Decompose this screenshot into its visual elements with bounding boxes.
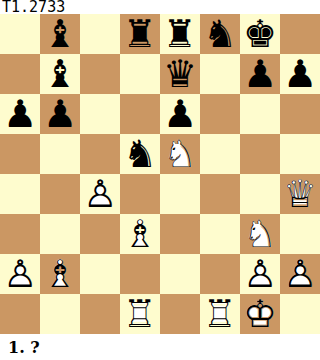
white-knight-piece: ♞♘ [240,214,280,254]
white-piece-outline: ♙ [240,254,280,294]
square-b5[interactable] [40,134,80,174]
square-c1[interactable] [80,294,120,334]
square-f3[interactable] [200,214,240,254]
square-a3[interactable] [0,214,40,254]
square-c3[interactable] [80,214,120,254]
white-piece-outline: ♙ [280,254,320,294]
square-a2[interactable]: ♟♙ [0,254,40,294]
square-g8[interactable]: ♚ [240,14,280,54]
square-f1[interactable]: ♜♖ [200,294,240,334]
white-piece-outline: ♕ [280,174,320,214]
square-c2[interactable] [80,254,120,294]
square-a6[interactable]: ♟ [0,94,40,134]
square-g5[interactable] [240,134,280,174]
square-f4[interactable] [200,174,240,214]
white-rook-piece: ♜♖ [200,294,240,334]
square-f8[interactable]: ♞ [200,14,240,54]
white-pawn-piece: ♟♙ [280,254,320,294]
square-f5[interactable] [200,134,240,174]
square-h2[interactable]: ♟♙ [280,254,320,294]
white-pawn-piece: ♟♙ [0,254,40,294]
black-knight-piece: ♞ [120,134,160,174]
square-b2[interactable]: ♝♗ [40,254,80,294]
black-pawn-piece: ♟ [240,54,280,94]
white-bishop-piece: ♝♗ [40,254,80,294]
black-pawn-piece: ♟ [160,94,200,134]
square-h8[interactable] [280,14,320,54]
white-rook-piece: ♜♖ [120,294,160,334]
square-g4[interactable] [240,174,280,214]
square-b7[interactable]: ♝ [40,54,80,94]
square-c7[interactable] [80,54,120,94]
white-knight-piece: ♞♘ [160,134,200,174]
black-rook-piece: ♜ [120,14,160,54]
square-d2[interactable] [120,254,160,294]
black-pawn-piece: ♟ [0,94,40,134]
square-g3[interactable]: ♞♘ [240,214,280,254]
black-pawn-piece: ♟ [40,94,80,134]
square-h7[interactable]: ♟ [280,54,320,94]
square-a5[interactable] [0,134,40,174]
chess-board: ♝♜♜♞♚♝♛♟♟♟♟♟♞♞♘♟♙♛♕♝♗♞♘♟♙♝♗♟♙♟♙♜♖♜♖♚♔ [0,14,320,334]
square-f2[interactable] [200,254,240,294]
white-queen-piece: ♛♕ [280,174,320,214]
square-g1[interactable]: ♚♔ [240,294,280,334]
move-prompt: 1. ? [0,334,320,360]
square-h4[interactable]: ♛♕ [280,174,320,214]
square-e8[interactable]: ♜ [160,14,200,54]
square-c4[interactable]: ♟♙ [80,174,120,214]
square-b6[interactable]: ♟ [40,94,80,134]
white-pawn-piece: ♟♙ [80,174,120,214]
square-a1[interactable] [0,294,40,334]
white-piece-outline: ♖ [200,294,240,334]
square-e3[interactable] [160,214,200,254]
square-b1[interactable] [40,294,80,334]
square-d5[interactable]: ♞ [120,134,160,174]
square-h3[interactable] [280,214,320,254]
square-a8[interactable] [0,14,40,54]
square-d8[interactable]: ♜ [120,14,160,54]
square-a4[interactable] [0,174,40,214]
square-a7[interactable] [0,54,40,94]
white-piece-outline: ♖ [120,294,160,334]
square-g2[interactable]: ♟♙ [240,254,280,294]
white-piece-outline: ♗ [120,214,160,254]
black-queen-piece: ♛ [160,54,200,94]
white-piece-outline: ♘ [160,134,200,174]
square-f6[interactable] [200,94,240,134]
white-piece-outline: ♘ [240,214,280,254]
square-h5[interactable] [280,134,320,174]
black-bishop-piece: ♝ [40,54,80,94]
square-e2[interactable] [160,254,200,294]
square-g6[interactable] [240,94,280,134]
square-h1[interactable] [280,294,320,334]
black-knight-piece: ♞ [200,14,240,54]
square-c5[interactable] [80,134,120,174]
square-e5[interactable]: ♞♘ [160,134,200,174]
black-pawn-piece: ♟ [280,54,320,94]
square-e4[interactable] [160,174,200,214]
black-king-piece: ♚ [240,14,280,54]
square-d3[interactable]: ♝♗ [120,214,160,254]
square-b8[interactable]: ♝ [40,14,80,54]
square-f7[interactable] [200,54,240,94]
square-d1[interactable]: ♜♖ [120,294,160,334]
white-piece-outline: ♔ [240,294,280,334]
white-piece-outline: ♙ [0,254,40,294]
white-bishop-piece: ♝♗ [120,214,160,254]
square-b3[interactable] [40,214,80,254]
square-h6[interactable] [280,94,320,134]
black-rook-piece: ♜ [160,14,200,54]
square-c6[interactable] [80,94,120,134]
square-c8[interactable] [80,14,120,54]
square-d4[interactable] [120,174,160,214]
white-pawn-piece: ♟♙ [240,254,280,294]
square-b4[interactable] [40,174,80,214]
black-bishop-piece: ♝ [40,14,80,54]
square-e6[interactable]: ♟ [160,94,200,134]
white-piece-outline: ♙ [80,174,120,214]
square-e7[interactable]: ♛ [160,54,200,94]
square-d7[interactable] [120,54,160,94]
white-piece-outline: ♗ [40,254,80,294]
square-d6[interactable] [120,94,160,134]
square-g7[interactable]: ♟ [240,54,280,94]
white-king-piece: ♚♔ [240,294,280,334]
square-e1[interactable] [160,294,200,334]
chess-diagram-window: T1.2733 ♝♜♜♞♚♝♛♟♟♟♟♟♞♞♘♟♙♛♕♝♗♞♘♟♙♝♗♟♙♟♙♜… [0,0,320,360]
